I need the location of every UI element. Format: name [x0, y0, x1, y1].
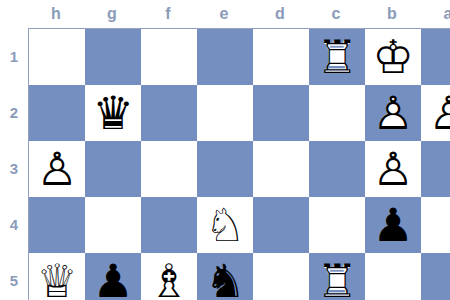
piece-white-pawn: ♟♙ [421, 85, 450, 141]
white-queen-outline: ♕ [29, 253, 85, 300]
square-c3[interactable] [309, 141, 365, 197]
square-h5[interactable]: ♛♕ [29, 253, 85, 300]
white-pawn-outline: ♙ [365, 85, 421, 141]
square-e4[interactable]: ♞♘ [197, 197, 253, 253]
piece-white-pawn: ♟♙ [365, 85, 421, 141]
rank-label-3: 3 [0, 140, 28, 196]
white-pawn-outline: ♙ [421, 85, 450, 141]
white-bishop-outline: ♗ [141, 253, 197, 300]
piece-black-pawn: ♟ [365, 197, 421, 253]
square-a2[interactable]: ♟♙ [421, 85, 450, 141]
white-king-outline: ♔ [365, 29, 421, 85]
piece-white-rook: ♜♖ [309, 29, 365, 85]
file-label-g: g [84, 0, 140, 28]
square-g2[interactable]: ♛ [85, 85, 141, 141]
piece-white-king: ♚♔ [365, 29, 421, 85]
white-pawn-outline: ♙ [29, 141, 85, 197]
square-c5[interactable]: ♜♖ [309, 253, 365, 300]
square-b2[interactable]: ♟♙ [365, 85, 421, 141]
file-label-d: d [252, 0, 308, 28]
square-f3[interactable] [141, 141, 197, 197]
square-g4[interactable] [85, 197, 141, 253]
piece-black-queen: ♛ [85, 85, 141, 141]
square-d1[interactable] [253, 29, 309, 85]
file-label-e: e [196, 0, 252, 28]
square-a5[interactable] [421, 253, 450, 300]
square-g5[interactable]: ♟ [85, 253, 141, 300]
chess-board: ♜♖♚♔♛♟♙♟♙♟♙♟♙♞♘♟♛♕♟♝♗♞♜♖ [28, 28, 450, 300]
square-e2[interactable] [197, 85, 253, 141]
black-pawn-glyph: ♟ [365, 197, 421, 253]
file-label-h: h [28, 0, 84, 28]
piece-black-pawn: ♟ [85, 253, 141, 300]
piece-white-bishop: ♝♗ [141, 253, 197, 300]
white-rook-outline: ♖ [309, 29, 365, 85]
rank-label-2: 2 [0, 84, 28, 140]
square-a4[interactable] [421, 197, 450, 253]
file-label-c: c [308, 0, 364, 28]
file-label-f: f [140, 0, 196, 28]
square-e5[interactable]: ♞ [197, 253, 253, 300]
file-label-b: b [364, 0, 420, 28]
black-pawn-glyph: ♟ [85, 253, 141, 300]
square-d2[interactable] [253, 85, 309, 141]
piece-white-pawn: ♟♙ [365, 141, 421, 197]
piece-black-knight: ♞ [197, 253, 253, 300]
square-c1[interactable]: ♜♖ [309, 29, 365, 85]
square-h2[interactable] [29, 85, 85, 141]
square-b4[interactable]: ♟ [365, 197, 421, 253]
white-pawn-outline: ♙ [365, 141, 421, 197]
square-f2[interactable] [141, 85, 197, 141]
rank-label-5: 5 [0, 252, 28, 300]
square-e1[interactable] [197, 29, 253, 85]
square-f5[interactable]: ♝♗ [141, 253, 197, 300]
white-knight-outline: ♘ [197, 197, 253, 253]
square-g3[interactable] [85, 141, 141, 197]
piece-white-pawn: ♟♙ [29, 141, 85, 197]
square-h3[interactable]: ♟♙ [29, 141, 85, 197]
square-d4[interactable] [253, 197, 309, 253]
black-queen-glyph: ♛ [85, 85, 141, 141]
square-b5[interactable] [365, 253, 421, 300]
black-knight-glyph: ♞ [197, 253, 253, 300]
square-d3[interactable] [253, 141, 309, 197]
square-g1[interactable] [85, 29, 141, 85]
rank-label-1: 1 [0, 28, 28, 84]
square-d5[interactable] [253, 253, 309, 300]
piece-white-rook: ♜♖ [309, 253, 365, 300]
square-b1[interactable]: ♚♔ [365, 29, 421, 85]
piece-white-knight: ♞♘ [197, 197, 253, 253]
square-f4[interactable] [141, 197, 197, 253]
square-f1[interactable] [141, 29, 197, 85]
square-h1[interactable] [29, 29, 85, 85]
square-b3[interactable]: ♟♙ [365, 141, 421, 197]
white-rook-outline: ♖ [309, 253, 365, 300]
square-c2[interactable] [309, 85, 365, 141]
file-label-a: a [420, 0, 450, 28]
piece-white-queen: ♛♕ [29, 253, 85, 300]
square-a1[interactable] [421, 29, 450, 85]
chess-diagram: hgfedcba 12345 ♜♖♚♔♛♟♙♟♙♟♙♟♙♞♘♟♛♕♟♝♗♞♜♖ [0, 0, 450, 300]
square-a3[interactable] [421, 141, 450, 197]
rank-label-4: 4 [0, 196, 28, 252]
square-h4[interactable] [29, 197, 85, 253]
square-c4[interactable] [309, 197, 365, 253]
square-e3[interactable] [197, 141, 253, 197]
